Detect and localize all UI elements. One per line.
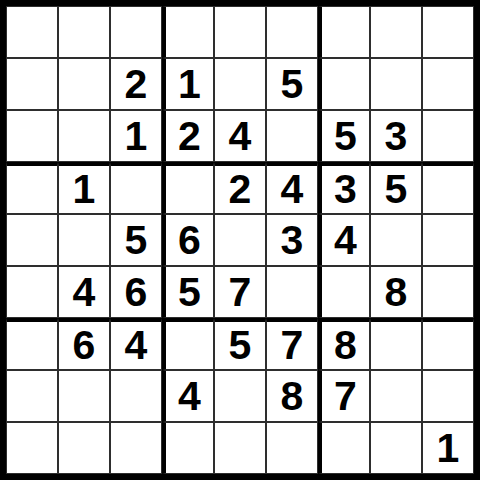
cell-r6c6-empty[interactable] [266,266,318,318]
cell-r1c5-empty[interactable] [214,6,266,58]
cell-r8c6-given-digit: 8 [266,370,318,422]
cell-r1c1-empty[interactable] [6,6,58,58]
cell-r7c3-given-digit: 4 [110,318,162,370]
cell-r4c5-given-digit: 2 [214,162,266,214]
cell-r4c8-given-digit: 5 [370,162,422,214]
cell-r4c9-empty[interactable] [422,162,474,214]
cell-r6c3-given-digit: 6 [110,266,162,318]
cell-r9c7-empty[interactable] [318,422,370,474]
cell-r6c4-given-digit: 5 [162,266,214,318]
cell-r3c7-given-digit: 5 [318,110,370,162]
cell-r9c9-given-digit: 1 [422,422,474,474]
cell-r3c4-given-digit: 2 [162,110,214,162]
cell-r5c8-empty[interactable] [370,214,422,266]
cell-r6c2-given-digit: 4 [58,266,110,318]
cell-r5c2-empty[interactable] [58,214,110,266]
cell-r4c4-empty[interactable] [162,162,214,214]
cell-r9c2-empty[interactable] [58,422,110,474]
cell-r9c1-empty[interactable] [6,422,58,474]
cell-r1c6-empty[interactable] [266,6,318,58]
cell-r8c1-empty[interactable] [6,370,58,422]
cell-r9c5-empty[interactable] [214,422,266,474]
cell-r3c6-empty[interactable] [266,110,318,162]
cell-r5c5-empty[interactable] [214,214,266,266]
cell-r3c1-empty[interactable] [6,110,58,162]
cell-r1c2-empty[interactable] [58,6,110,58]
cell-r1c4-empty[interactable] [162,6,214,58]
cell-r6c8-given-digit: 8 [370,266,422,318]
cell-r3c9-empty[interactable] [422,110,474,162]
cell-r9c3-empty[interactable] [110,422,162,474]
cell-r3c3-given-digit: 1 [110,110,162,162]
cell-r4c2-given-digit: 1 [58,162,110,214]
cell-r2c4-given-digit: 1 [162,58,214,110]
cell-r5c9-empty[interactable] [422,214,474,266]
cell-r9c8-empty[interactable] [370,422,422,474]
cell-r7c4-empty[interactable] [162,318,214,370]
cell-r8c2-empty[interactable] [58,370,110,422]
cell-r8c5-empty[interactable] [214,370,266,422]
cell-r1c7-empty[interactable] [318,6,370,58]
cell-r7c7-given-digit: 8 [318,318,370,370]
cell-r5c6-given-digit: 3 [266,214,318,266]
cell-r7c5-given-digit: 5 [214,318,266,370]
cell-r7c6-given-digit: 7 [266,318,318,370]
cell-r5c3-given-digit: 5 [110,214,162,266]
cell-r8c9-empty[interactable] [422,370,474,422]
cell-r7c9-empty[interactable] [422,318,474,370]
cell-r4c7-given-digit: 3 [318,162,370,214]
cell-r9c4-empty[interactable] [162,422,214,474]
cell-r5c1-empty[interactable] [6,214,58,266]
cell-r6c1-empty[interactable] [6,266,58,318]
cell-r8c7-given-digit: 7 [318,370,370,422]
cell-r2c8-empty[interactable] [370,58,422,110]
cell-r4c3-empty[interactable] [110,162,162,214]
cell-r5c4-given-digit: 6 [162,214,214,266]
cell-r2c6-given-digit: 5 [266,58,318,110]
cell-r3c5-given-digit: 4 [214,110,266,162]
cell-r2c9-empty[interactable] [422,58,474,110]
cell-r1c9-empty[interactable] [422,6,474,58]
cell-r8c3-empty[interactable] [110,370,162,422]
cell-r3c2-empty[interactable] [58,110,110,162]
cell-r2c5-empty[interactable] [214,58,266,110]
cell-r7c1-empty[interactable] [6,318,58,370]
cell-r2c3-given-digit: 2 [110,58,162,110]
cell-r1c3-empty[interactable] [110,6,162,58]
cell-r2c1-empty[interactable] [6,58,58,110]
cell-r3c8-given-digit: 3 [370,110,422,162]
cell-r6c9-empty[interactable] [422,266,474,318]
cell-r5c7-given-digit: 4 [318,214,370,266]
cell-r8c4-given-digit: 4 [162,370,214,422]
cell-r2c7-empty[interactable] [318,58,370,110]
cell-r7c8-empty[interactable] [370,318,422,370]
cell-r9c6-empty[interactable] [266,422,318,474]
cell-r1c8-empty[interactable] [370,6,422,58]
cell-r7c2-given-digit: 6 [58,318,110,370]
cell-r8c8-empty[interactable] [370,370,422,422]
cell-r4c1-empty[interactable] [6,162,58,214]
cell-r4c6-given-digit: 4 [266,162,318,214]
sudoku-board: 2151245312435563446578645784871 [0,0,480,480]
cell-r2c2-empty[interactable] [58,58,110,110]
cell-r6c5-given-digit: 7 [214,266,266,318]
cell-r6c7-empty[interactable] [318,266,370,318]
